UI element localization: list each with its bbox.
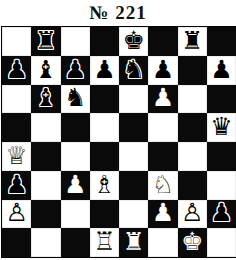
chess-diagram: № 221 ♜♚♜♟♝♟♟♞♟♟♝♞♟♛♕♟♟♗♘♙♟♙♟♖♜♚	[0, 0, 236, 260]
square-b2	[31, 200, 60, 229]
piece-black-king: ♚	[122, 28, 144, 53]
square-h6	[207, 85, 236, 114]
chess-board: ♜♚♜♟♝♟♟♞♟♟♝♞♟♛♕♟♟♗♘♙♟♙♟♖♜♚	[1, 26, 236, 258]
piece-white-rook: ♜	[122, 229, 144, 254]
square-e2	[119, 200, 148, 229]
square-h1	[207, 228, 236, 257]
square-d8	[90, 27, 119, 56]
square-f5	[148, 113, 177, 142]
square-e7: ♞	[119, 56, 148, 85]
square-g4	[178, 142, 207, 171]
square-c5	[61, 113, 90, 142]
piece-white-rook: ♖	[93, 229, 115, 254]
square-c6: ♞	[61, 85, 90, 114]
square-c2	[61, 200, 90, 229]
square-g6	[178, 85, 207, 114]
square-b3	[31, 171, 60, 200]
square-f7: ♟	[148, 56, 177, 85]
piece-black-pawn: ♟	[210, 200, 232, 225]
square-g3	[178, 171, 207, 200]
square-h4	[207, 142, 236, 171]
square-a5	[2, 113, 31, 142]
piece-black-pawn: ♟	[152, 57, 174, 82]
piece-white-pawn: ♙	[181, 200, 203, 225]
square-g1: ♚	[178, 228, 207, 257]
square-b1	[31, 228, 60, 257]
square-d2	[90, 200, 119, 229]
piece-black-knight: ♞	[64, 85, 86, 110]
square-h7: ♟	[207, 56, 236, 85]
square-d3: ♗	[90, 171, 119, 200]
piece-black-pawn: ♟	[210, 57, 232, 82]
square-h2: ♟	[207, 200, 236, 229]
square-g2: ♙	[178, 200, 207, 229]
square-a6	[2, 85, 31, 114]
piece-black-bishop: ♝	[35, 85, 57, 110]
square-d5	[90, 113, 119, 142]
square-a1	[2, 228, 31, 257]
square-h5: ♛	[207, 113, 236, 142]
square-b5	[31, 113, 60, 142]
square-c3: ♟	[61, 171, 90, 200]
square-f2: ♟	[148, 200, 177, 229]
piece-white-pawn: ♟	[152, 85, 174, 110]
square-d1: ♖	[90, 228, 119, 257]
square-c1	[61, 228, 90, 257]
square-a2: ♙	[2, 200, 31, 229]
square-g8: ♜	[178, 27, 207, 56]
square-e1: ♜	[119, 228, 148, 257]
piece-black-bishop: ♝	[35, 57, 57, 82]
square-a4: ♕	[2, 142, 31, 171]
piece-black-rook: ♜	[35, 28, 57, 53]
square-a3: ♟	[2, 171, 31, 200]
square-g7	[178, 56, 207, 85]
square-f6: ♟	[148, 85, 177, 114]
square-a8	[2, 27, 31, 56]
square-d6	[90, 85, 119, 114]
square-f3: ♘	[148, 171, 177, 200]
square-h8	[207, 27, 236, 56]
square-c7: ♟	[61, 56, 90, 85]
square-h3	[207, 171, 236, 200]
square-e3	[119, 171, 148, 200]
square-d7: ♟	[90, 56, 119, 85]
piece-black-pawn: ♟	[5, 57, 27, 82]
square-e6	[119, 85, 148, 114]
piece-black-pawn: ♟	[64, 57, 86, 82]
square-d4	[90, 142, 119, 171]
piece-black-queen: ♛	[210, 114, 232, 139]
square-e5	[119, 113, 148, 142]
diagram-number: № 221	[0, 0, 236, 26]
piece-white-pawn: ♟	[152, 200, 174, 225]
square-f4	[148, 142, 177, 171]
square-e4	[119, 142, 148, 171]
square-b7: ♝	[31, 56, 60, 85]
square-f1	[148, 228, 177, 257]
piece-white-queen: ♕	[5, 143, 27, 168]
piece-white-bishop: ♗	[93, 172, 115, 197]
square-e8: ♚	[119, 27, 148, 56]
square-c8	[61, 27, 90, 56]
square-b6: ♝	[31, 85, 60, 114]
square-a7: ♟	[2, 56, 31, 85]
square-b4	[31, 142, 60, 171]
piece-white-pawn: ♙	[5, 200, 27, 225]
piece-white-knight: ♘	[152, 172, 174, 197]
piece-black-rook: ♜	[181, 28, 203, 53]
square-c4	[61, 142, 90, 171]
piece-black-knight: ♞	[122, 57, 144, 82]
square-g5	[178, 113, 207, 142]
square-b8: ♜	[31, 27, 60, 56]
piece-white-pawn: ♟	[64, 172, 86, 197]
square-f8	[148, 27, 177, 56]
piece-white-king: ♚	[181, 229, 203, 254]
piece-black-pawn: ♟	[5, 172, 27, 197]
piece-black-pawn: ♟	[93, 57, 115, 82]
